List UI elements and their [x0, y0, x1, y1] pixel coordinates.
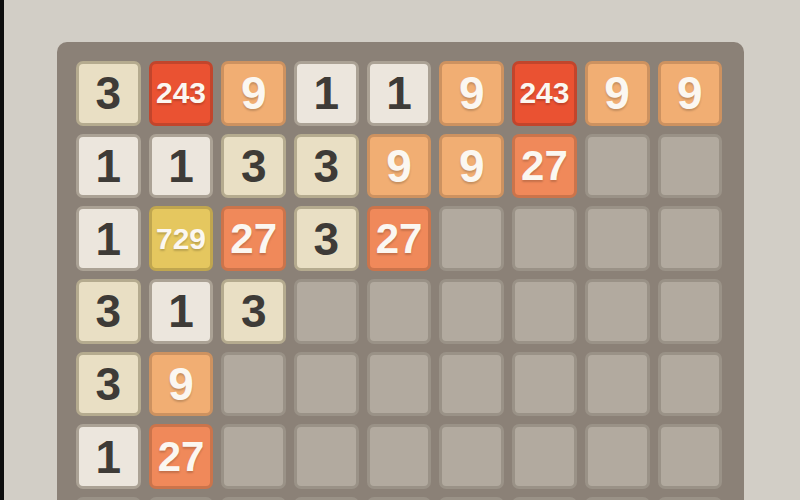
tile-27: 27: [221, 206, 286, 271]
empty-cell: [439, 424, 504, 489]
board-grid: 32439119243991133992717292732731339127: [76, 61, 725, 500]
screen-edge-strip: [0, 0, 4, 500]
empty-cell: [439, 206, 504, 271]
tile-243: 243: [149, 61, 214, 126]
tile-9: 9: [221, 61, 286, 126]
empty-cell: [585, 352, 650, 417]
empty-cell: [658, 352, 723, 417]
tile-3: 3: [294, 206, 359, 271]
empty-cell: [658, 279, 723, 344]
empty-cell: [367, 279, 432, 344]
tile-3: 3: [76, 352, 141, 417]
tile-9: 9: [149, 352, 214, 417]
empty-cell: [439, 279, 504, 344]
tile-1: 1: [294, 61, 359, 126]
tile-1: 1: [76, 424, 141, 489]
tile-3: 3: [76, 61, 141, 126]
empty-cell: [658, 206, 723, 271]
empty-cell: [367, 424, 432, 489]
empty-cell: [585, 424, 650, 489]
empty-cell: [294, 424, 359, 489]
tile-1: 1: [367, 61, 432, 126]
tile-3: 3: [221, 134, 286, 199]
tile-3: 3: [76, 279, 141, 344]
empty-cell: [585, 279, 650, 344]
tile-27: 27: [367, 206, 432, 271]
empty-cell: [585, 134, 650, 199]
game-board[interactable]: 32439119243991133992717292732731339127: [57, 42, 744, 500]
tile-1: 1: [76, 206, 141, 271]
tile-729: 729: [149, 206, 214, 271]
empty-cell: [294, 279, 359, 344]
tile-9: 9: [367, 134, 432, 199]
empty-cell: [512, 279, 577, 344]
tile-3: 3: [221, 279, 286, 344]
empty-cell: [512, 352, 577, 417]
tile-9: 9: [658, 61, 723, 126]
tile-1: 1: [149, 134, 214, 199]
empty-cell: [585, 206, 650, 271]
empty-cell: [221, 424, 286, 489]
empty-cell: [512, 206, 577, 271]
empty-cell: [221, 352, 286, 417]
tile-1: 1: [149, 279, 214, 344]
tile-1: 1: [76, 134, 141, 199]
tile-27: 27: [149, 424, 214, 489]
empty-cell: [439, 352, 504, 417]
empty-cell: [367, 352, 432, 417]
empty-cell: [658, 424, 723, 489]
tile-3: 3: [294, 134, 359, 199]
tile-27: 27: [512, 134, 577, 199]
empty-cell: [294, 352, 359, 417]
tile-9: 9: [585, 61, 650, 126]
tile-9: 9: [439, 61, 504, 126]
empty-cell: [512, 424, 577, 489]
tile-243: 243: [512, 61, 577, 126]
tile-9: 9: [439, 134, 504, 199]
empty-cell: [658, 134, 723, 199]
